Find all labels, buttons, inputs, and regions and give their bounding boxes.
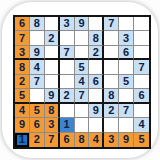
cell-r4c1[interactable]: 8	[15, 60, 30, 74]
cell-r3c8[interactable]: 6	[119, 46, 134, 60]
sudoku-card: 6839772833972684572746559278645892796314…	[2, 2, 158, 158]
cell-r9c8[interactable]: 9	[119, 133, 134, 147]
cell-r4c7[interactable]	[104, 60, 119, 74]
cell-r7c8[interactable]: 7	[119, 104, 134, 118]
cell-r8c2[interactable]: 6	[30, 118, 45, 132]
cell-r5c8[interactable]: 5	[119, 75, 134, 89]
cell-r4c9[interactable]: 7	[134, 60, 149, 74]
cell-r6c3[interactable]: 9	[45, 89, 60, 103]
cell-r1c8[interactable]	[119, 17, 134, 31]
cell-r6c8[interactable]	[119, 89, 134, 103]
cell-r1c3[interactable]	[45, 17, 60, 31]
cell-r4c6[interactable]	[89, 60, 104, 74]
cell-r9c6[interactable]: 4	[89, 133, 104, 147]
cell-r2c9[interactable]	[134, 31, 149, 45]
cell-r5c7[interactable]	[104, 75, 119, 89]
cell-r2c4[interactable]	[60, 31, 75, 45]
cell-r9c1[interactable]: 1	[15, 133, 30, 147]
cell-r8c3[interactable]: 3	[45, 118, 60, 132]
cell-r8c7[interactable]	[104, 118, 119, 132]
cell-r1c2[interactable]: 8	[30, 17, 45, 31]
cell-r3c9[interactable]	[134, 46, 149, 60]
cell-r9c3[interactable]: 7	[45, 133, 60, 147]
cell-r4c4[interactable]	[60, 60, 75, 74]
cell-r8c6[interactable]	[89, 118, 104, 132]
cell-r7c2[interactable]: 5	[30, 104, 45, 118]
cell-r5c6[interactable]: 6	[89, 75, 104, 89]
cell-r2c2[interactable]	[30, 31, 45, 45]
cell-r1c9[interactable]	[134, 17, 149, 31]
cell-r1c1[interactable]: 6	[15, 17, 30, 31]
cell-r8c1[interactable]: 9	[15, 118, 30, 132]
cell-r3c7[interactable]	[104, 46, 119, 60]
cell-r8c9[interactable]: 4	[134, 118, 149, 132]
cell-r9c2[interactable]: 2	[30, 133, 45, 147]
cell-r4c2[interactable]: 4	[30, 60, 45, 74]
cell-r2c1[interactable]: 7	[15, 31, 30, 45]
cell-r5c9[interactable]	[134, 75, 149, 89]
cell-r2c6[interactable]: 8	[89, 31, 104, 45]
cell-r6c2[interactable]	[30, 89, 45, 103]
cell-r8c8[interactable]	[119, 118, 134, 132]
cell-r6c1[interactable]: 5	[15, 89, 30, 103]
cell-r2c7[interactable]	[104, 31, 119, 45]
cell-r6c6[interactable]	[89, 89, 104, 103]
cell-r9c4[interactable]: 6	[60, 133, 75, 147]
cell-r7c9[interactable]	[134, 104, 149, 118]
app-screen: 6839772833972684572746559278645892796314…	[0, 0, 160, 160]
cell-r2c8[interactable]: 3	[119, 31, 134, 45]
cell-r5c3[interactable]	[45, 75, 60, 89]
cell-r5c4[interactable]	[60, 75, 75, 89]
cell-r3c5[interactable]	[75, 46, 90, 60]
cell-r4c8[interactable]	[119, 60, 134, 74]
cell-r5c1[interactable]: 2	[15, 75, 30, 89]
cell-r4c3[interactable]	[45, 60, 60, 74]
cell-r3c2[interactable]: 9	[30, 46, 45, 60]
cell-r3c6[interactable]: 2	[89, 46, 104, 60]
cell-r7c5[interactable]	[75, 104, 90, 118]
cell-r2c5[interactable]	[75, 31, 90, 45]
cell-r2c3[interactable]: 2	[45, 31, 60, 45]
cell-r7c1[interactable]: 4	[15, 104, 30, 118]
cell-r5c5[interactable]: 4	[75, 75, 90, 89]
cell-r9c5[interactable]: 8	[75, 133, 90, 147]
cell-r6c7[interactable]: 8	[104, 89, 119, 103]
cell-r6c4[interactable]: 2	[60, 89, 75, 103]
cell-r1c5[interactable]: 9	[75, 17, 90, 31]
cell-r1c7[interactable]: 7	[104, 17, 119, 31]
cell-r8c5[interactable]	[75, 118, 90, 132]
cell-r8c4[interactable]: 1	[60, 118, 75, 132]
cell-r5c2[interactable]: 7	[30, 75, 45, 89]
cell-r1c6[interactable]	[89, 17, 104, 31]
cell-r3c4[interactable]: 7	[60, 46, 75, 60]
cell-r6c9[interactable]: 6	[134, 89, 149, 103]
cell-r3c1[interactable]: 3	[15, 46, 30, 60]
cell-r9c7[interactable]: 3	[104, 133, 119, 147]
cell-r6c5[interactable]: 7	[75, 89, 90, 103]
cell-r3c3[interactable]	[45, 46, 60, 60]
cell-r7c6[interactable]: 9	[89, 104, 104, 118]
cell-r7c3[interactable]: 8	[45, 104, 60, 118]
sudoku-board: 6839772833972684572746559278645892796314…	[13, 15, 151, 149]
cell-r9c9[interactable]: 5	[134, 133, 149, 147]
cell-r7c4[interactable]	[60, 104, 75, 118]
cell-r4c5[interactable]: 5	[75, 60, 90, 74]
cell-r1c4[interactable]: 3	[60, 17, 75, 31]
cell-r7c7[interactable]: 2	[104, 104, 119, 118]
